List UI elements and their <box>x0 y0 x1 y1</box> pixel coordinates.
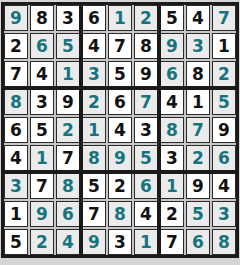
cell-r9c4[interactable]: 9 <box>82 229 106 255</box>
cell-r9c6[interactable]: 1 <box>134 229 158 255</box>
cell-r1c1[interactable]: 9 <box>4 5 28 31</box>
cell-r6c3[interactable]: 7 <box>56 145 80 171</box>
cell-r3c9[interactable]: 2 <box>212 61 236 87</box>
cell-r8c2[interactable]: 9 <box>30 201 54 227</box>
cell-r6c4[interactable]: 8 <box>82 145 106 171</box>
box-separator-horizontal-2 <box>4 170 236 174</box>
cell-r1c6[interactable]: 2 <box>134 5 158 31</box>
cell-r2c9[interactable]: 1 <box>212 33 236 59</box>
cell-r6c7[interactable]: 3 <box>160 145 184 171</box>
cell-r4c7[interactable]: 4 <box>160 89 184 115</box>
cell-r2c7[interactable]: 9 <box>160 33 184 59</box>
cell-r8c4[interactable]: 7 <box>82 201 106 227</box>
cell-r4c4[interactable]: 2 <box>82 89 106 115</box>
box-separator-vertical-1 <box>79 5 83 255</box>
cell-r8c8[interactable]: 5 <box>186 201 210 227</box>
cell-r4c8[interactable]: 1 <box>186 89 210 115</box>
cell-r2c3[interactable]: 5 <box>56 33 80 59</box>
cell-r3c3[interactable]: 1 <box>56 61 80 87</box>
cell-r5c7[interactable]: 8 <box>160 117 184 143</box>
cell-r9c1[interactable]: 5 <box>4 229 28 255</box>
cell-r4c9[interactable]: 5 <box>212 89 236 115</box>
cell-r6c2[interactable]: 1 <box>30 145 54 171</box>
cell-r8c7[interactable]: 2 <box>160 201 184 227</box>
cell-r4c5[interactable]: 6 <box>108 89 132 115</box>
cell-r1c9[interactable]: 7 <box>212 5 236 31</box>
cell-r1c2[interactable]: 8 <box>30 5 54 31</box>
cell-r1c5[interactable]: 1 <box>108 5 132 31</box>
cell-r7c3[interactable]: 8 <box>56 173 80 199</box>
cell-r5c1[interactable]: 6 <box>4 117 28 143</box>
cell-r7c5[interactable]: 2 <box>108 173 132 199</box>
cell-r5c9[interactable]: 9 <box>212 117 236 143</box>
cell-r8c6[interactable]: 4 <box>134 201 158 227</box>
cell-r6c5[interactable]: 9 <box>108 145 132 171</box>
cell-r6c9[interactable]: 6 <box>212 145 236 171</box>
cell-r9c3[interactable]: 4 <box>56 229 80 255</box>
cell-r9c9[interactable]: 8 <box>212 229 236 255</box>
cell-r4c6[interactable]: 7 <box>134 89 158 115</box>
cell-r2c1[interactable]: 2 <box>4 33 28 59</box>
cell-r2c2[interactable]: 6 <box>30 33 54 59</box>
cell-r8c5[interactable]: 8 <box>108 201 132 227</box>
cell-r6c8[interactable]: 2 <box>186 145 210 171</box>
cell-r3c4[interactable]: 3 <box>82 61 106 87</box>
cell-r9c2[interactable]: 2 <box>30 229 54 255</box>
cell-r9c8[interactable]: 6 <box>186 229 210 255</box>
cell-r7c1[interactable]: 3 <box>4 173 28 199</box>
cell-r1c8[interactable]: 4 <box>186 5 210 31</box>
cell-r2c5[interactable]: 7 <box>108 33 132 59</box>
cell-r2c6[interactable]: 8 <box>134 33 158 59</box>
cell-r3c7[interactable]: 6 <box>160 61 184 87</box>
cell-r7c2[interactable]: 7 <box>30 173 54 199</box>
sudoku-board: 9836125472654789317413596828392674156521… <box>1 2 239 258</box>
cell-r6c1[interactable]: 4 <box>4 145 28 171</box>
cell-r7c4[interactable]: 5 <box>82 173 106 199</box>
cell-r5c6[interactable]: 3 <box>134 117 158 143</box>
cell-r1c3[interactable]: 3 <box>56 5 80 31</box>
box-separator-vertical-2 <box>157 5 161 255</box>
cell-r1c4[interactable]: 6 <box>82 5 106 31</box>
cell-r7c7[interactable]: 1 <box>160 173 184 199</box>
cell-r3c6[interactable]: 9 <box>134 61 158 87</box>
cell-r7c6[interactable]: 6 <box>134 173 158 199</box>
cell-r7c8[interactable]: 9 <box>186 173 210 199</box>
cell-r5c8[interactable]: 7 <box>186 117 210 143</box>
cell-r8c3[interactable]: 6 <box>56 201 80 227</box>
cell-r2c8[interactable]: 3 <box>186 33 210 59</box>
cell-r3c1[interactable]: 7 <box>4 61 28 87</box>
cell-r3c2[interactable]: 4 <box>30 61 54 87</box>
cell-r5c2[interactable]: 5 <box>30 117 54 143</box>
cell-r5c4[interactable]: 1 <box>82 117 106 143</box>
box-separator-horizontal-1 <box>4 86 236 90</box>
cell-r4c1[interactable]: 8 <box>4 89 28 115</box>
cell-r8c9[interactable]: 3 <box>212 201 236 227</box>
cell-r3c5[interactable]: 5 <box>108 61 132 87</box>
cell-r9c7[interactable]: 7 <box>160 229 184 255</box>
cell-r1c7[interactable]: 5 <box>160 5 184 31</box>
cell-r6c6[interactable]: 5 <box>134 145 158 171</box>
cell-r2c4[interactable]: 4 <box>82 33 106 59</box>
cell-r5c3[interactable]: 2 <box>56 117 80 143</box>
cell-r7c9[interactable]: 4 <box>212 173 236 199</box>
cell-r9c5[interactable]: 3 <box>108 229 132 255</box>
cell-r8c1[interactable]: 1 <box>4 201 28 227</box>
cell-r4c2[interactable]: 3 <box>30 89 54 115</box>
cell-r5c5[interactable]: 4 <box>108 117 132 143</box>
cell-r3c8[interactable]: 8 <box>186 61 210 87</box>
cell-r4c3[interactable]: 9 <box>56 89 80 115</box>
